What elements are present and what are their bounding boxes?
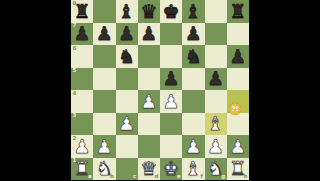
square-h3[interactable] — [227, 113, 249, 136]
square-h2[interactable]: ♟ — [227, 135, 249, 158]
square-a4[interactable]: 4 — [71, 90, 93, 113]
square-a1[interactable]: 1a♜ — [71, 158, 93, 181]
square-c6[interactable]: ♞ — [116, 45, 138, 68]
square-e1[interactable]: e♚ — [160, 158, 182, 181]
white-rook[interactable]: ♜ — [227, 158, 249, 181]
square-d2[interactable] — [138, 135, 160, 158]
white-knight[interactable]: ♞ — [205, 158, 227, 181]
square-c7[interactable]: ♟ — [116, 23, 138, 46]
white-bishop[interactable]: ♝ — [205, 113, 227, 136]
square-c1[interactable]: c — [116, 158, 138, 181]
square-g6[interactable] — [205, 45, 227, 68]
square-g3[interactable]: ♝ — [205, 113, 227, 136]
right-black-bar — [249, 0, 320, 180]
square-d7[interactable]: ♟ — [138, 23, 160, 46]
square-h8[interactable]: ♜ — [227, 0, 249, 23]
white-bishop[interactable]: ♝ — [182, 158, 204, 181]
square-a3[interactable]: 3 — [71, 113, 93, 136]
white-pawn[interactable]: ♟ — [182, 135, 204, 158]
black-knight[interactable]: ♞ — [116, 45, 138, 68]
square-d6[interactable] — [138, 45, 160, 68]
square-b4[interactable] — [93, 90, 115, 113]
white-pawn[interactable]: ♟ — [93, 135, 115, 158]
square-a7[interactable]: 7♟ — [71, 23, 93, 46]
inaccuracy-badge: ?! — [229, 103, 241, 115]
square-e5[interactable]: ♟ — [160, 68, 182, 91]
square-h7[interactable] — [227, 23, 249, 46]
file-label-c: c — [133, 174, 136, 180]
white-pawn[interactable]: ♟ — [71, 135, 93, 158]
rank-label-4: 4 — [73, 91, 77, 97]
square-a5[interactable]: 5 — [71, 68, 93, 91]
square-g5[interactable]: ♟ — [205, 68, 227, 91]
white-pawn[interactable]: ♟ — [160, 90, 182, 113]
chess-board[interactable]: 8♜♝♛♚♝♜7♟♟♟♟♟6♞♞♟5♟♟4♟♟3♟♝2♟♟♟♟♟1a♜b♞cd♛… — [71, 0, 249, 180]
black-rook[interactable]: ♜ — [227, 0, 249, 23]
black-rook[interactable]: ♜ — [71, 0, 93, 23]
square-b8[interactable] — [93, 0, 115, 23]
square-g1[interactable]: g♞ — [205, 158, 227, 181]
square-c8[interactable]: ♝ — [116, 0, 138, 23]
square-f8[interactable]: ♝ — [182, 0, 204, 23]
square-h5[interactable] — [227, 68, 249, 91]
square-c3[interactable]: ♟ — [116, 113, 138, 136]
white-pawn[interactable]: ♟ — [116, 113, 138, 136]
white-king[interactable]: ♚ — [160, 158, 182, 181]
square-f5[interactable] — [182, 68, 204, 91]
square-c4[interactable] — [116, 90, 138, 113]
white-pawn[interactable]: ♟ — [227, 135, 249, 158]
square-a2[interactable]: 2♟ — [71, 135, 93, 158]
square-b6[interactable] — [93, 45, 115, 68]
black-pawn[interactable]: ♟ — [227, 45, 249, 68]
left-black-bar — [0, 0, 71, 180]
black-bishop[interactable]: ♝ — [182, 0, 204, 23]
black-pawn[interactable]: ♟ — [138, 23, 160, 46]
square-e6[interactable] — [160, 45, 182, 68]
square-a8[interactable]: 8♜ — [71, 0, 93, 23]
square-h1[interactable]: h♜ — [227, 158, 249, 181]
rank-label-6: 6 — [73, 46, 77, 52]
square-f3[interactable] — [182, 113, 204, 136]
square-b7[interactable]: ♟ — [93, 23, 115, 46]
black-pawn[interactable]: ♟ — [160, 68, 182, 91]
black-bishop[interactable]: ♝ — [116, 0, 138, 23]
square-d5[interactable] — [138, 68, 160, 91]
rank-label-5: 5 — [73, 68, 77, 74]
black-pawn[interactable]: ♟ — [205, 68, 227, 91]
video-frame: 8♜♝♛♚♝♜7♟♟♟♟♟6♞♞♟5♟♟4♟♟3♟♝2♟♟♟♟♟1a♜b♞cd♛… — [0, 0, 320, 180]
inaccuracy-badge-symbol: ?! — [232, 106, 239, 113]
square-d1[interactable]: d♛ — [138, 158, 160, 181]
black-knight[interactable]: ♞ — [182, 45, 204, 68]
square-b5[interactable] — [93, 68, 115, 91]
black-pawn[interactable]: ♟ — [116, 23, 138, 46]
square-b3[interactable] — [93, 113, 115, 136]
square-g8[interactable] — [205, 0, 227, 23]
square-b2[interactable]: ♟ — [93, 135, 115, 158]
square-e8[interactable]: ♚ — [160, 0, 182, 23]
square-f4[interactable] — [182, 90, 204, 113]
white-pawn[interactable]: ♟ — [138, 90, 160, 113]
black-pawn[interactable]: ♟ — [71, 23, 93, 46]
square-c5[interactable] — [116, 68, 138, 91]
square-f1[interactable]: f♝ — [182, 158, 204, 181]
white-knight[interactable]: ♞ — [93, 158, 115, 181]
square-g4[interactable] — [205, 90, 227, 113]
square-h6[interactable]: ♟ — [227, 45, 249, 68]
rank-label-3: 3 — [73, 113, 77, 119]
square-e2[interactable] — [160, 135, 182, 158]
square-e3[interactable] — [160, 113, 182, 136]
square-g2[interactable]: ♟ — [205, 135, 227, 158]
square-e4[interactable]: ♟ — [160, 90, 182, 113]
square-c2[interactable] — [116, 135, 138, 158]
square-d4[interactable]: ♟ — [138, 90, 160, 113]
black-pawn[interactable]: ♟ — [182, 23, 204, 46]
square-f2[interactable]: ♟ — [182, 135, 204, 158]
white-queen[interactable]: ♛ — [138, 158, 160, 181]
black-pawn[interactable]: ♟ — [93, 23, 115, 46]
square-e7[interactable] — [160, 23, 182, 46]
square-f6[interactable]: ♞ — [182, 45, 204, 68]
square-b1[interactable]: b♞ — [93, 158, 115, 181]
square-g7[interactable] — [205, 23, 227, 46]
square-f7[interactable]: ♟ — [182, 23, 204, 46]
square-a6[interactable]: 6 — [71, 45, 93, 68]
white-pawn[interactable]: ♟ — [205, 135, 227, 158]
square-d8[interactable]: ♛ — [138, 0, 160, 23]
square-d3[interactable] — [138, 113, 160, 136]
white-rook[interactable]: ♜ — [71, 158, 93, 181]
black-king[interactable]: ♚ — [160, 0, 182, 23]
black-queen[interactable]: ♛ — [138, 0, 160, 23]
